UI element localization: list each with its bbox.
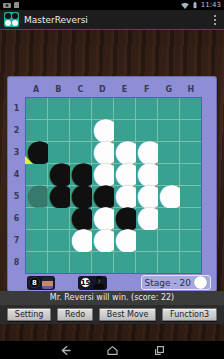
board-cell-B1[interactable]: [48, 98, 69, 119]
status-message: Mr. Reversi will win. (score: 22): [0, 291, 224, 305]
android-status-bar: 11:43: [0, 0, 224, 10]
col-label-B: B: [47, 85, 69, 94]
status-notification-icons: [3, 2, 19, 8]
recents-icon[interactable]: [153, 344, 166, 357]
board-cell-D7[interactable]: ●: [92, 230, 113, 251]
scoreboard: 8 15 ? Stage - 20: [8, 274, 216, 291]
board-cell-B6[interactable]: [48, 208, 69, 229]
toolbar: Setting Redo Best Move Function3: [0, 305, 224, 324]
battery-icon: [192, 1, 198, 9]
setting-button[interactable]: Setting: [7, 308, 52, 321]
row-label-8: 8: [8, 252, 25, 274]
action-bar: MasterReversi: [0, 10, 224, 30]
board-cell-A8[interactable]: [26, 252, 47, 273]
board-cell-A5[interactable]: ●: [26, 186, 47, 207]
reversi-board: ●●●●●●●●●●●●●●●●●●●●●●●●: [25, 97, 202, 274]
white-disc: ●: [92, 228, 113, 249]
stage-indicator: Stage - 20: [141, 275, 211, 290]
col-label-D: D: [91, 85, 113, 94]
white-score-chip: 15 ?: [78, 276, 107, 290]
row-label-3: 3: [8, 141, 25, 163]
app-icon-reversi-board: [4, 12, 19, 27]
col-label-C: C: [69, 85, 91, 94]
col-label-H: H: [180, 85, 202, 94]
white-count: 15: [81, 279, 91, 287]
board-cell-B7[interactable]: [48, 230, 69, 251]
move-hint-disc: ●: [26, 184, 47, 205]
row-label-7: 7: [8, 230, 25, 252]
board-cell-H7[interactable]: [180, 230, 201, 251]
overflow-menu-icon[interactable]: [210, 13, 220, 27]
white-disc: ●: [70, 228, 91, 249]
board-cell-C7[interactable]: ●: [70, 230, 91, 251]
board-cell-F1[interactable]: [136, 98, 157, 119]
computer-player-avatar: ?: [93, 276, 105, 289]
board-cell-F8[interactable]: [136, 252, 157, 273]
redo-button[interactable]: Redo: [57, 308, 93, 321]
sd-card-icon: [14, 2, 19, 8]
board-cell-G8[interactable]: [158, 252, 179, 273]
board-cell-A3[interactable]: ●: [26, 142, 47, 163]
clock-time: 11:43: [201, 0, 221, 10]
row-label-4: 4: [8, 163, 25, 185]
board-cell-A7[interactable]: [26, 230, 47, 251]
col-label-E: E: [114, 85, 136, 94]
row-label-2: 2: [8, 119, 25, 141]
board-cell-A1[interactable]: [26, 98, 47, 119]
board-cell-H1[interactable]: [180, 98, 201, 119]
board-cell-H2[interactable]: [180, 120, 201, 141]
wifi-icon: [181, 2, 189, 9]
board-cell-H8[interactable]: [180, 252, 201, 273]
status-system-icons: 11:43: [181, 0, 221, 10]
camera-icon: [3, 2, 11, 8]
avatar-question-mark: ?: [93, 279, 105, 285]
board-area: 12345678 ●●●●●●●●●●●●●●●●●●●●●●●●: [8, 97, 216, 274]
row-label-5: 5: [8, 186, 25, 208]
col-label-G: G: [158, 85, 180, 94]
board-cell-E7[interactable]: ●: [114, 230, 135, 251]
row-label-1: 1: [8, 97, 25, 119]
col-label-F: F: [136, 85, 158, 94]
app-title: MasterReversi: [24, 15, 210, 25]
black-disc-icon: 8: [29, 277, 40, 288]
black-score-chip: 8: [27, 276, 55, 290]
board-cell-C8[interactable]: [70, 252, 91, 273]
stage-label: Stage - 20: [145, 278, 191, 288]
board-cell-G7[interactable]: [158, 230, 179, 251]
game-panel: ABCDEFGH 12345678 ●●●●●●●●●●●●●●●●●●●●●●…: [8, 77, 216, 291]
white-disc: ●: [114, 228, 135, 249]
board-cell-A6[interactable]: [26, 208, 47, 229]
board-cell-H3[interactable]: [180, 142, 201, 163]
board-cell-C1[interactable]: [70, 98, 91, 119]
board-cell-C2[interactable]: [70, 120, 91, 141]
screen: 11:43 MasterReversi ABCDEFGH 12345678 ●●…: [0, 0, 224, 359]
app-icon-white-disc: [12, 20, 18, 26]
row-label-6: 6: [8, 208, 25, 230]
board-cell-E8[interactable]: [114, 252, 135, 273]
best-move-button[interactable]: Best Move: [99, 308, 157, 321]
board-cell-H6[interactable]: [180, 208, 201, 229]
back-icon[interactable]: [59, 344, 72, 357]
human-player-avatar: [42, 277, 53, 289]
board-cell-B5[interactable]: ●: [48, 186, 69, 207]
board-cell-B8[interactable]: [48, 252, 69, 273]
row-labels: 12345678: [8, 97, 25, 274]
black-count: 8: [32, 279, 37, 287]
column-labels: ABCDEFGH: [25, 77, 202, 97]
last-move-marker: [25, 156, 33, 164]
board-cell-H5[interactable]: [180, 186, 201, 207]
board-cell-D8[interactable]: [92, 252, 113, 273]
black-disc: ●: [48, 184, 69, 205]
board-cell-G1[interactable]: [158, 98, 179, 119]
function3-button[interactable]: Function3: [162, 308, 217, 321]
app-icon-black-disc: [5, 13, 11, 19]
app-icon-white-disc: [5, 20, 11, 26]
app-icon-black-disc: [12, 13, 18, 19]
col-label-A: A: [25, 85, 47, 94]
board-cell-F7[interactable]: [136, 230, 157, 251]
white-disc-icon: 15: [80, 277, 91, 288]
white-to-move-disc-icon: [194, 276, 207, 289]
android-nav-bar: [0, 341, 224, 359]
home-icon[interactable]: [106, 344, 119, 357]
board-cell-G6[interactable]: [158, 208, 179, 229]
